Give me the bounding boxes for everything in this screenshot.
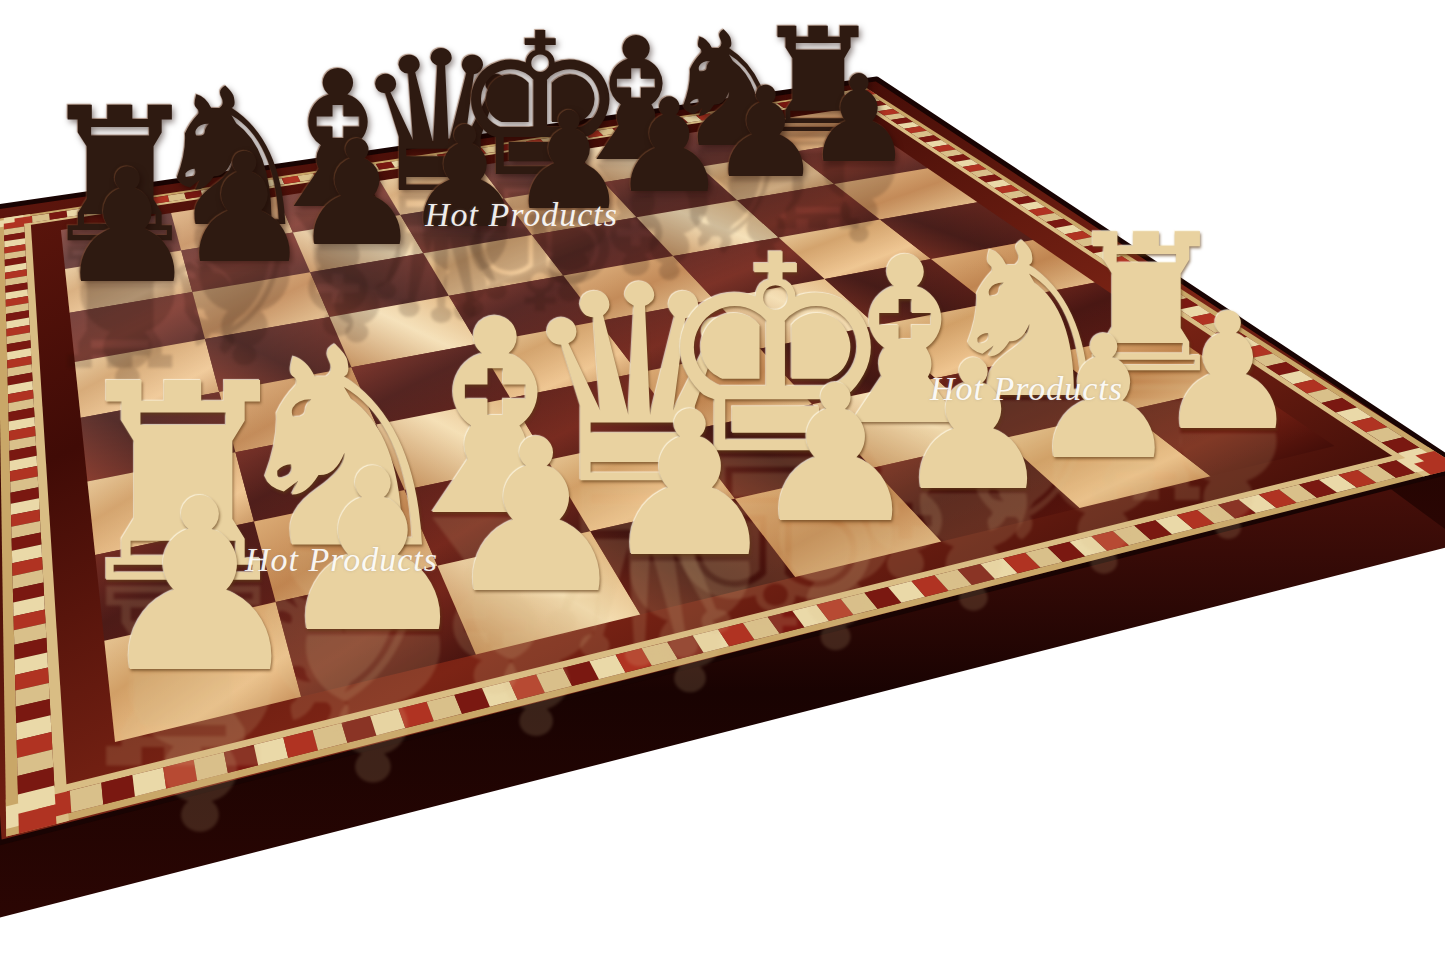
watermark: Hot Products (245, 541, 438, 579)
piece-light-pawn: ♟ (1156, 292, 1301, 453)
watermark: Hot Products (930, 370, 1123, 408)
piece-dark-pawn: ♟ (805, 59, 913, 180)
product-photo: ♜♜♞♞♝♝♛♛♚♚♝♝♞♞♜♜♟♟♟♟♟♟♟♟♟♟♟♟♟♟♟♟♜♜♞♞♝♝♛♛… (0, 0, 1445, 962)
watermark: Hot Products (425, 196, 618, 234)
